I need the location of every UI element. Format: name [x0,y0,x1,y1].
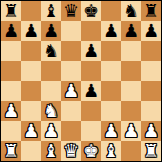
square-b6[interactable] [21,41,41,61]
square-d5[interactable] [61,61,81,81]
square-f3[interactable] [101,101,121,121]
square-a4[interactable] [1,81,21,101]
square-a8[interactable]: ♜ [1,1,21,21]
square-b8[interactable] [21,1,41,21]
square-g1[interactable] [121,141,141,161]
square-g7[interactable]: ♟ [121,21,141,41]
square-c1[interactable]: ♝ [41,141,61,161]
piece-black-pawn[interactable]: ♟ [23,21,39,41]
square-a7[interactable]: ♟ [1,21,21,41]
square-e8[interactable]: ♚ [81,1,101,21]
chessboard: ♜♝♛♚♞♜♟♟♟♟♟♟♞♟♟♟♟♞♟♟♟♟♟♜♝♛♚♝♜ [0,0,162,162]
square-g5[interactable] [121,61,141,81]
piece-white-queen[interactable]: ♛ [63,141,79,161]
square-c4[interactable] [41,81,61,101]
piece-black-queen[interactable]: ♛ [63,1,79,21]
square-h5[interactable] [141,61,161,81]
square-d8[interactable]: ♛ [61,1,81,21]
square-e6[interactable]: ♟ [81,41,101,61]
square-f7[interactable]: ♟ [101,21,121,41]
square-e5[interactable] [81,61,101,81]
square-g8[interactable]: ♞ [121,1,141,21]
square-d6[interactable] [61,41,81,61]
square-h6[interactable] [141,41,161,61]
square-h1[interactable]: ♜ [141,141,161,161]
square-h3[interactable] [141,101,161,121]
square-g2[interactable]: ♟ [121,121,141,141]
piece-black-pawn[interactable]: ♟ [83,41,99,61]
piece-black-pawn[interactable]: ♟ [143,21,159,41]
square-f4[interactable] [101,81,121,101]
piece-white-bishop[interactable]: ♝ [103,141,119,161]
piece-white-bishop[interactable]: ♝ [43,141,59,161]
piece-black-pawn[interactable]: ♟ [103,21,119,41]
piece-black-pawn[interactable]: ♟ [3,21,19,41]
square-d4[interactable]: ♟ [61,81,81,101]
square-f6[interactable] [101,41,121,61]
square-h4[interactable] [141,81,161,101]
square-f1[interactable]: ♝ [101,141,121,161]
square-e3[interactable] [81,101,101,121]
square-d7[interactable] [61,21,81,41]
square-c7[interactable]: ♟ [41,21,61,41]
square-a1[interactable]: ♜ [1,141,21,161]
square-c2[interactable]: ♟ [41,121,61,141]
square-f5[interactable] [101,61,121,81]
square-a5[interactable] [1,61,21,81]
square-e1[interactable]: ♚ [81,141,101,161]
piece-black-king[interactable]: ♚ [83,1,99,21]
piece-black-knight[interactable]: ♞ [43,41,59,61]
piece-white-pawn[interactable]: ♟ [43,121,59,141]
piece-black-pawn[interactable]: ♟ [43,21,59,41]
square-e4[interactable]: ♟ [81,81,101,101]
square-b5[interactable] [21,61,41,81]
square-a6[interactable] [1,41,21,61]
square-e2[interactable] [81,121,101,141]
piece-black-rook[interactable]: ♜ [143,1,159,21]
square-d3[interactable] [61,101,81,121]
square-h2[interactable]: ♟ [141,121,161,141]
piece-white-king[interactable]: ♚ [83,141,99,161]
square-g6[interactable] [121,41,141,61]
piece-black-knight[interactable]: ♞ [123,1,139,21]
square-a3[interactable]: ♟ [1,101,21,121]
square-e7[interactable] [81,21,101,41]
piece-white-pawn[interactable]: ♟ [23,121,39,141]
piece-white-rook[interactable]: ♜ [3,141,19,161]
piece-black-rook[interactable]: ♜ [3,1,19,21]
square-c5[interactable] [41,61,61,81]
square-d1[interactable]: ♛ [61,141,81,161]
piece-white-pawn[interactable]: ♟ [143,121,159,141]
square-h8[interactable]: ♜ [141,1,161,21]
piece-white-pawn[interactable]: ♟ [103,121,119,141]
square-b7[interactable]: ♟ [21,21,41,41]
piece-white-pawn[interactable]: ♟ [3,101,19,121]
square-b4[interactable] [21,81,41,101]
square-g4[interactable] [121,81,141,101]
square-c3[interactable]: ♞ [41,101,61,121]
square-f2[interactable]: ♟ [101,121,121,141]
square-f8[interactable] [101,1,121,21]
piece-black-pawn[interactable]: ♟ [123,21,139,41]
piece-white-rook[interactable]: ♜ [143,141,159,161]
square-c6[interactable]: ♞ [41,41,61,61]
piece-black-bishop[interactable]: ♝ [43,1,59,21]
square-b2[interactable]: ♟ [21,121,41,141]
square-h7[interactable]: ♟ [141,21,161,41]
square-c8[interactable]: ♝ [41,1,61,21]
square-a2[interactable] [1,121,21,141]
square-d2[interactable] [61,121,81,141]
piece-white-knight[interactable]: ♞ [43,101,59,121]
square-g3[interactable] [121,101,141,121]
piece-white-pawn[interactable]: ♟ [63,81,79,101]
piece-white-pawn[interactable]: ♟ [123,121,139,141]
piece-black-pawn[interactable]: ♟ [83,81,99,101]
square-b1[interactable] [21,141,41,161]
square-b3[interactable] [21,101,41,121]
